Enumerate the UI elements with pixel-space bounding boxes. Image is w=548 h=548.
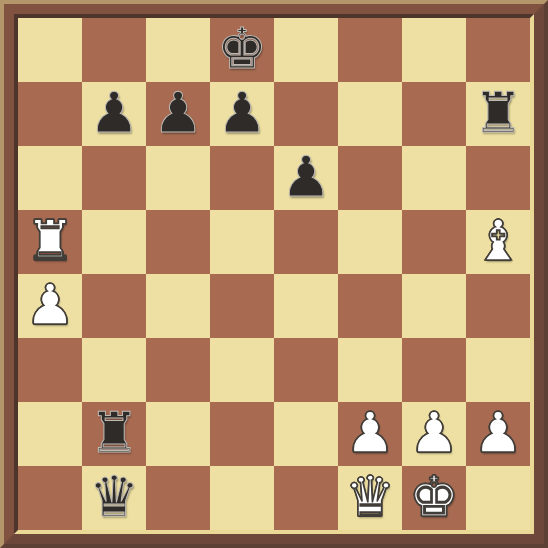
square-a3[interactable] bbox=[18, 338, 82, 402]
piece-white-bishop[interactable]: ♝ bbox=[473, 213, 523, 269]
square-a7[interactable] bbox=[18, 82, 82, 146]
square-a6[interactable] bbox=[18, 146, 82, 210]
square-b6[interactable] bbox=[82, 146, 146, 210]
square-d2[interactable] bbox=[210, 402, 274, 466]
square-e8[interactable] bbox=[274, 18, 338, 82]
piece-black-pawn[interactable]: ♟ bbox=[89, 85, 139, 141]
square-h2[interactable]: ♟ bbox=[466, 402, 530, 466]
square-d7[interactable]: ♟ bbox=[210, 82, 274, 146]
square-d3[interactable] bbox=[210, 338, 274, 402]
piece-white-queen[interactable]: ♛ bbox=[345, 469, 395, 525]
square-c3[interactable] bbox=[146, 338, 210, 402]
square-c4[interactable] bbox=[146, 274, 210, 338]
square-b5[interactable] bbox=[82, 210, 146, 274]
square-g3[interactable] bbox=[402, 338, 466, 402]
square-g7[interactable] bbox=[402, 82, 466, 146]
square-a8[interactable] bbox=[18, 18, 82, 82]
square-b3[interactable] bbox=[82, 338, 146, 402]
chess-app: ♚♟♟♟♜♟♜♝♟♜♟♟♟♛♛♚ bbox=[0, 0, 548, 548]
board-frame: ♚♟♟♟♜♟♜♝♟♜♟♟♟♛♛♚ bbox=[4, 4, 544, 544]
square-d4[interactable] bbox=[210, 274, 274, 338]
square-d6[interactable] bbox=[210, 146, 274, 210]
piece-black-queen[interactable]: ♛ bbox=[89, 469, 139, 525]
square-c5[interactable] bbox=[146, 210, 210, 274]
square-a4[interactable]: ♟ bbox=[18, 274, 82, 338]
square-e7[interactable] bbox=[274, 82, 338, 146]
square-b2[interactable]: ♜ bbox=[82, 402, 146, 466]
square-f8[interactable] bbox=[338, 18, 402, 82]
square-c1[interactable] bbox=[146, 466, 210, 530]
square-g1[interactable]: ♚ bbox=[402, 466, 466, 530]
chess-board: ♚♟♟♟♜♟♜♝♟♜♟♟♟♛♛♚ bbox=[18, 18, 530, 530]
square-f2[interactable]: ♟ bbox=[338, 402, 402, 466]
square-h4[interactable] bbox=[466, 274, 530, 338]
piece-white-pawn[interactable]: ♟ bbox=[473, 405, 523, 461]
square-d1[interactable] bbox=[210, 466, 274, 530]
square-b8[interactable] bbox=[82, 18, 146, 82]
square-e3[interactable] bbox=[274, 338, 338, 402]
piece-white-pawn[interactable]: ♟ bbox=[25, 277, 75, 333]
square-d8[interactable]: ♚ bbox=[210, 18, 274, 82]
square-h3[interactable] bbox=[466, 338, 530, 402]
square-c6[interactable] bbox=[146, 146, 210, 210]
square-f4[interactable] bbox=[338, 274, 402, 338]
piece-black-pawn[interactable]: ♟ bbox=[153, 85, 203, 141]
square-b1[interactable]: ♛ bbox=[82, 466, 146, 530]
piece-white-pawn[interactable]: ♟ bbox=[345, 405, 395, 461]
square-c7[interactable]: ♟ bbox=[146, 82, 210, 146]
square-e5[interactable] bbox=[274, 210, 338, 274]
square-g5[interactable] bbox=[402, 210, 466, 274]
square-e2[interactable] bbox=[274, 402, 338, 466]
square-a1[interactable] bbox=[18, 466, 82, 530]
piece-white-king[interactable]: ♚ bbox=[409, 469, 459, 525]
piece-black-rook[interactable]: ♜ bbox=[89, 405, 139, 461]
piece-black-pawn[interactable]: ♟ bbox=[217, 85, 267, 141]
square-e4[interactable] bbox=[274, 274, 338, 338]
square-b4[interactable] bbox=[82, 274, 146, 338]
square-d5[interactable] bbox=[210, 210, 274, 274]
square-g2[interactable]: ♟ bbox=[402, 402, 466, 466]
square-b7[interactable]: ♟ bbox=[82, 82, 146, 146]
square-f5[interactable] bbox=[338, 210, 402, 274]
piece-white-rook[interactable]: ♜ bbox=[25, 213, 75, 269]
square-g4[interactable] bbox=[402, 274, 466, 338]
square-a5[interactable]: ♜ bbox=[18, 210, 82, 274]
square-h8[interactable] bbox=[466, 18, 530, 82]
board-frame-outer-edge: ♚♟♟♟♜♟♜♝♟♜♟♟♟♛♛♚ bbox=[0, 0, 548, 548]
square-f3[interactable] bbox=[338, 338, 402, 402]
square-c8[interactable] bbox=[146, 18, 210, 82]
square-h5[interactable]: ♝ bbox=[466, 210, 530, 274]
square-f6[interactable] bbox=[338, 146, 402, 210]
piece-black-king[interactable]: ♚ bbox=[217, 21, 267, 77]
square-c2[interactable] bbox=[146, 402, 210, 466]
square-h6[interactable] bbox=[466, 146, 530, 210]
square-e1[interactable] bbox=[274, 466, 338, 530]
piece-black-pawn[interactable]: ♟ bbox=[281, 149, 331, 205]
square-g6[interactable] bbox=[402, 146, 466, 210]
square-f7[interactable] bbox=[338, 82, 402, 146]
square-h7[interactable]: ♜ bbox=[466, 82, 530, 146]
square-a2[interactable] bbox=[18, 402, 82, 466]
square-f1[interactable]: ♛ bbox=[338, 466, 402, 530]
board-frame-inner-edge: ♚♟♟♟♜♟♜♝♟♜♟♟♟♛♛♚ bbox=[14, 14, 534, 534]
square-h1[interactable] bbox=[466, 466, 530, 530]
piece-white-pawn[interactable]: ♟ bbox=[409, 405, 459, 461]
square-e6[interactable]: ♟ bbox=[274, 146, 338, 210]
square-g8[interactable] bbox=[402, 18, 466, 82]
piece-black-rook[interactable]: ♜ bbox=[473, 85, 523, 141]
